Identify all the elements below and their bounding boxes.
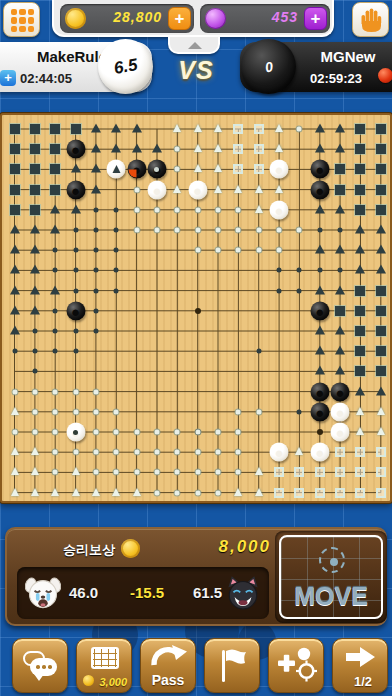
black-influence-dot bbox=[73, 329, 78, 334]
result-panel: 승리보상 8,000 46.0 -15.5 61.5 bbox=[5, 527, 387, 626]
white-stone: ● bbox=[270, 200, 289, 219]
black-influence-triangle bbox=[315, 346, 325, 355]
black-influence-dot bbox=[338, 268, 343, 273]
plus-stone-icon bbox=[277, 647, 317, 685]
black-territory-square bbox=[355, 144, 365, 154]
white-influence-dot bbox=[114, 430, 119, 435]
white-influence-dot bbox=[32, 389, 37, 394]
white-influence-dot bbox=[256, 248, 261, 253]
black-territory-square bbox=[335, 306, 345, 316]
black-stone: ● bbox=[310, 301, 329, 320]
triangle-marker bbox=[112, 165, 120, 173]
black-territory-square bbox=[30, 205, 40, 215]
white-influence-triangle bbox=[255, 205, 263, 213]
black-influence-triangle bbox=[30, 225, 40, 234]
black-territory-square bbox=[355, 306, 365, 316]
white-territory-square bbox=[254, 124, 264, 134]
white-influence-dot bbox=[216, 207, 221, 212]
black-influence-triangle bbox=[315, 144, 325, 153]
white-influence-triangle bbox=[31, 447, 39, 455]
white-influence-dot bbox=[216, 248, 221, 253]
white-influence-triangle bbox=[234, 488, 242, 496]
white-territory-square bbox=[315, 467, 325, 477]
black-influence-triangle bbox=[315, 204, 325, 213]
black-influence-dot bbox=[256, 349, 261, 354]
black-influence-dot bbox=[73, 268, 78, 273]
black-influence-triangle bbox=[355, 245, 365, 254]
black-territory-square bbox=[10, 144, 20, 154]
black-influence-dot bbox=[12, 349, 17, 354]
white-influence-triangle bbox=[194, 164, 202, 172]
black-influence-triangle bbox=[355, 265, 365, 274]
white-influence-triangle bbox=[275, 185, 283, 193]
black-influence-dot bbox=[338, 228, 343, 233]
black-influence-dot bbox=[297, 409, 302, 414]
black-influence-dot bbox=[277, 288, 282, 293]
white-influence-dot bbox=[53, 470, 58, 475]
black-territory-square bbox=[10, 164, 20, 174]
black-influence-triangle bbox=[132, 124, 142, 133]
white-influence-dot bbox=[154, 430, 159, 435]
black-influence-triangle bbox=[91, 124, 101, 133]
white-influence-dot bbox=[195, 490, 200, 495]
black-territory-square bbox=[30, 185, 40, 195]
white-influence-dot bbox=[32, 409, 37, 414]
white-territory-square bbox=[355, 488, 365, 498]
white-influence-triangle bbox=[377, 407, 385, 415]
black-score: 61.5 bbox=[193, 584, 222, 601]
black-territory-square bbox=[376, 124, 386, 134]
white-influence-dot bbox=[175, 147, 180, 152]
white-influence-triangle bbox=[11, 407, 19, 415]
black-influence-triangle bbox=[376, 265, 386, 274]
white-influence-dot bbox=[53, 430, 58, 435]
white-territory-square bbox=[233, 124, 243, 134]
black-influence-triangle bbox=[132, 144, 142, 153]
resign-flag-icon bbox=[218, 648, 248, 684]
dot-marker bbox=[154, 167, 159, 172]
black-influence-triangle bbox=[376, 386, 386, 395]
white-territory-square bbox=[254, 144, 264, 154]
right-arrow-icon bbox=[345, 645, 377, 669]
white-stone: ● bbox=[331, 402, 350, 421]
black-territory-square bbox=[376, 205, 386, 215]
grid-menu-icon bbox=[11, 9, 34, 32]
white-influence-triangle bbox=[214, 185, 222, 193]
white-influence-dot bbox=[216, 470, 221, 475]
white-territory-square bbox=[274, 467, 284, 477]
black-influence-triangle bbox=[315, 366, 325, 375]
white-stone: ● bbox=[310, 443, 329, 462]
white-influence-dot bbox=[114, 470, 119, 475]
black-influence-dot bbox=[53, 308, 58, 313]
reward-amount: 8,000 bbox=[218, 537, 271, 557]
white-influence-dot bbox=[195, 248, 200, 253]
white-territory-square bbox=[376, 467, 386, 477]
black-influence-triangle bbox=[355, 225, 365, 234]
black-influence-triangle bbox=[335, 124, 345, 133]
white-influence-triangle bbox=[11, 447, 19, 455]
gem-balance: 453 + bbox=[200, 4, 330, 33]
white-influence-dot bbox=[277, 248, 282, 253]
black-influence-dot bbox=[73, 349, 78, 354]
black-influence-triangle bbox=[50, 285, 60, 294]
white-influence-dot bbox=[134, 470, 139, 475]
black-territory-square bbox=[10, 124, 20, 134]
white-territory-square bbox=[376, 488, 386, 498]
black-territory-square bbox=[376, 366, 386, 376]
white-influence-triangle bbox=[173, 124, 181, 132]
coin-icon bbox=[121, 539, 140, 558]
gem-amount: 453 bbox=[272, 9, 298, 25]
black-influence-triangle bbox=[91, 144, 101, 153]
white-influence-dot bbox=[73, 409, 78, 414]
black-stone-badge: 0 bbox=[241, 39, 296, 94]
white-influence-dot bbox=[73, 450, 78, 455]
target-point-icon bbox=[319, 547, 345, 573]
menu-button[interactable] bbox=[3, 2, 40, 37]
black-influence-dot bbox=[93, 288, 98, 293]
black-influence-triangle bbox=[30, 265, 40, 274]
black-influence-triangle bbox=[30, 285, 40, 294]
white-influence-dot bbox=[134, 430, 139, 435]
black-influence-triangle bbox=[91, 164, 101, 173]
white-influence-dot bbox=[216, 228, 221, 233]
black-influence-triangle bbox=[315, 326, 325, 335]
move-button[interactable]: MOVE bbox=[279, 535, 383, 619]
black-territory-square bbox=[376, 306, 386, 316]
score-estimate-button[interactable]: 3,000 bbox=[76, 638, 132, 693]
black-stone: ● bbox=[310, 180, 329, 199]
white-influence-triangle bbox=[72, 488, 80, 496]
white-influence-dot bbox=[297, 127, 302, 132]
black-influence-triangle bbox=[111, 144, 121, 153]
white-influence-triangle bbox=[234, 185, 242, 193]
next-page-button[interactable]: 1/2 bbox=[332, 638, 388, 693]
white-influence-triangle bbox=[11, 467, 19, 475]
black-influence-dot bbox=[93, 308, 98, 313]
black-territory-square bbox=[376, 346, 386, 356]
black-influence-dot bbox=[53, 329, 58, 334]
white-territory-square bbox=[233, 164, 243, 174]
white-influence-triangle bbox=[255, 488, 263, 496]
add-gems-button[interactable]: + bbox=[304, 7, 327, 30]
curved-arrow-icon bbox=[150, 644, 188, 666]
white-influence-dot bbox=[175, 450, 180, 455]
hoshi-point bbox=[317, 429, 323, 435]
white-influence-dot bbox=[195, 450, 200, 455]
black-influence-triangle bbox=[315, 285, 325, 294]
white-influence-triangle bbox=[255, 467, 263, 475]
white-influence-dot bbox=[114, 450, 119, 455]
white-stone: ● bbox=[270, 443, 289, 462]
white-influence-dot bbox=[256, 228, 261, 233]
white-influence-triangle bbox=[214, 164, 222, 172]
black-stone-marked: ● bbox=[147, 160, 166, 179]
black-influence-triangle bbox=[50, 225, 60, 234]
black-stone: ● bbox=[331, 382, 350, 401]
white-territory-square bbox=[376, 447, 386, 457]
white-influence-dot bbox=[93, 430, 98, 435]
score-estimate-box: 46.0 -15.5 61.5 bbox=[17, 567, 269, 619]
estimate-cost: 3,000 bbox=[83, 676, 127, 688]
coin-balance: 28,800 + bbox=[60, 4, 194, 33]
white-territory-square bbox=[355, 467, 365, 477]
white-influence-dot bbox=[134, 450, 139, 455]
gem-icon bbox=[205, 8, 226, 29]
white-influence-dot bbox=[93, 450, 98, 455]
black-influence-triangle bbox=[10, 225, 20, 234]
white-territory-square bbox=[274, 488, 284, 498]
black-influence-triangle bbox=[71, 204, 81, 213]
white-influence-dot bbox=[236, 228, 241, 233]
black-influence-triangle bbox=[91, 184, 101, 193]
black-influence-triangle bbox=[335, 285, 345, 294]
white-influence-dot bbox=[236, 409, 241, 414]
white-influence-dot bbox=[236, 470, 241, 475]
black-influence-dot bbox=[73, 288, 78, 293]
black-influence-dot bbox=[114, 268, 119, 273]
white-influence-dot bbox=[256, 409, 261, 414]
black-influence-dot bbox=[32, 349, 37, 354]
white-stone-marked: ● bbox=[107, 160, 126, 179]
black-influence-triangle bbox=[335, 144, 345, 153]
black-territory-square bbox=[30, 124, 40, 134]
black-influence-triangle bbox=[10, 265, 20, 274]
black-stone-last-move: ● bbox=[127, 160, 146, 179]
black-influence-dot bbox=[53, 349, 58, 354]
black-territory-square bbox=[50, 164, 60, 174]
coin-amount: 28,800 bbox=[113, 9, 162, 25]
black-influence-dot bbox=[297, 288, 302, 293]
white-influence-triangle bbox=[275, 124, 283, 132]
black-territory-square bbox=[355, 164, 365, 174]
black-influence-dot bbox=[73, 248, 78, 253]
white-territory-square bbox=[294, 467, 304, 477]
move-button-label: MOVE bbox=[281, 582, 381, 611]
black-influence-triangle bbox=[30, 245, 40, 254]
white-territory-square bbox=[335, 488, 345, 498]
black-influence-dot bbox=[277, 268, 282, 273]
black-influence-dot bbox=[114, 248, 119, 253]
white-score: 46.0 bbox=[69, 584, 98, 601]
white-influence-dot bbox=[32, 430, 37, 435]
white-influence-dot bbox=[216, 490, 221, 495]
white-influence-dot bbox=[277, 228, 282, 233]
white-influence-dot bbox=[114, 409, 119, 414]
black-influence-triangle bbox=[315, 245, 325, 254]
score-difference: -15.5 bbox=[130, 584, 164, 601]
white-influence-triangle bbox=[31, 467, 39, 475]
white-influence-dot bbox=[236, 207, 241, 212]
white-influence-triangle bbox=[377, 427, 385, 435]
white-influence-triangle bbox=[295, 447, 303, 455]
black-influence-triangle bbox=[376, 245, 386, 254]
black-influence-dot bbox=[53, 268, 58, 273]
pass-label: Pass bbox=[141, 672, 195, 688]
laughing-cat-emoji bbox=[225, 575, 261, 611]
white-influence-triangle bbox=[51, 488, 59, 496]
black-influence-triangle bbox=[10, 285, 20, 294]
black-territory-square bbox=[50, 144, 60, 154]
black-influence-dot bbox=[32, 329, 37, 334]
white-stone: ● bbox=[331, 423, 350, 442]
black-influence-dot bbox=[114, 207, 119, 212]
black-territory-square bbox=[376, 286, 386, 296]
black-influence-triangle bbox=[335, 366, 345, 375]
white-influence-dot bbox=[53, 389, 58, 394]
white-stone: ● bbox=[147, 180, 166, 199]
white-stone-marked: ● bbox=[66, 423, 85, 442]
white-influence-triangle bbox=[112, 488, 120, 496]
black-territory-square bbox=[376, 185, 386, 195]
white-stone: ● bbox=[270, 160, 289, 179]
white-influence-dot bbox=[154, 470, 159, 475]
black-stone: ● bbox=[310, 160, 329, 179]
victory-reward-row: 승리보상 8,000 bbox=[21, 537, 271, 561]
black-influence-dot bbox=[297, 268, 302, 273]
white-influence-dot bbox=[154, 228, 159, 233]
white-influence-triangle bbox=[214, 144, 222, 152]
white-territory-square bbox=[335, 467, 345, 477]
white-influence-triangle bbox=[214, 124, 222, 132]
black-territory-square bbox=[355, 124, 365, 134]
white-influence-dot bbox=[236, 450, 241, 455]
resign-button[interactable] bbox=[204, 638, 260, 693]
black-influence-triangle bbox=[71, 164, 81, 173]
black-stone: ● bbox=[310, 402, 329, 421]
black-territory-square bbox=[376, 326, 386, 336]
black-territory-square bbox=[335, 164, 345, 174]
hand-icon bbox=[358, 6, 384, 34]
white-territory-square bbox=[335, 447, 345, 457]
hand-tool-button[interactable] bbox=[352, 2, 389, 37]
black-territory-square bbox=[10, 205, 20, 215]
black-influence-triangle bbox=[335, 346, 345, 355]
white-influence-dot bbox=[195, 207, 200, 212]
black-influence-dot bbox=[93, 207, 98, 212]
black-influence-dot bbox=[93, 248, 98, 253]
black-stone: ● bbox=[310, 382, 329, 401]
hoshi-point bbox=[195, 308, 201, 314]
black-influence-dot bbox=[53, 248, 58, 253]
white-influence-triangle bbox=[255, 185, 263, 193]
black-influence-dot bbox=[317, 268, 322, 273]
black-territory-square bbox=[30, 144, 40, 154]
move-button-frame: MOVE bbox=[275, 531, 387, 623]
dot-marker bbox=[73, 430, 78, 435]
white-influence-dot bbox=[53, 450, 58, 455]
black-influence-triangle bbox=[10, 305, 20, 314]
crying-dog-emoji bbox=[25, 575, 61, 611]
page-indicator: 1/2 bbox=[343, 674, 383, 689]
chat-button[interactable] bbox=[12, 638, 68, 693]
white-influence-dot bbox=[195, 228, 200, 233]
white-influence-dot bbox=[73, 389, 78, 394]
white-influence-dot bbox=[93, 389, 98, 394]
white-influence-triangle bbox=[92, 488, 100, 496]
black-influence-dot bbox=[317, 228, 322, 233]
black-influence-dot bbox=[114, 228, 119, 233]
white-influence-triangle bbox=[173, 185, 181, 193]
go-board[interactable]: ●●●●●●●●●●●●●●●●●●●●● bbox=[0, 113, 392, 503]
black-territory-square bbox=[355, 286, 365, 296]
white-territory-square bbox=[233, 144, 243, 154]
black-territory-square bbox=[30, 164, 40, 174]
white-influence-dot bbox=[175, 490, 180, 495]
black-influence-dot bbox=[73, 228, 78, 233]
black-territory-square bbox=[50, 185, 60, 195]
white-influence-dot bbox=[175, 430, 180, 435]
black-territory-square bbox=[355, 185, 365, 195]
app-root: 28,800 + 453 + MakeRule + 02:44:05 6.5 M… bbox=[0, 0, 392, 696]
white-influence-dot bbox=[175, 470, 180, 475]
white-territory-square bbox=[294, 488, 304, 498]
add-coins-button[interactable]: + bbox=[168, 7, 191, 30]
coin-icon bbox=[65, 8, 86, 29]
black-territory-square bbox=[335, 185, 345, 195]
black-influence-triangle bbox=[335, 204, 345, 213]
black-influence-triangle bbox=[111, 124, 121, 133]
white-influence-dot bbox=[195, 430, 200, 435]
white-influence-triangle bbox=[72, 467, 80, 475]
white-influence-triangle bbox=[31, 488, 39, 496]
collapse-tab[interactable] bbox=[168, 37, 220, 54]
white-influence-dot bbox=[154, 207, 159, 212]
black-influence-dot bbox=[93, 228, 98, 233]
white-territory-square bbox=[254, 164, 264, 174]
chevron-up-icon bbox=[188, 42, 202, 49]
calculator-icon bbox=[91, 647, 119, 669]
black-territory-square bbox=[50, 124, 60, 134]
white-influence-triangle bbox=[133, 488, 141, 496]
white-influence-triangle bbox=[194, 124, 202, 132]
white-influence-dot bbox=[297, 228, 302, 233]
black-influence-triangle bbox=[10, 326, 20, 335]
black-territory-square bbox=[376, 164, 386, 174]
vs-label: VS bbox=[0, 56, 392, 85]
white-influence-dot bbox=[175, 228, 180, 233]
black-influence-triangle bbox=[335, 326, 345, 335]
reward-label: 승리보상 bbox=[63, 541, 115, 559]
black-territory-square bbox=[355, 205, 365, 215]
komi-value: 6.5 bbox=[112, 55, 139, 79]
black-influence-dot bbox=[32, 369, 37, 374]
white-territory-square bbox=[315, 488, 325, 498]
black-influence-triangle bbox=[10, 245, 20, 254]
add-stone-button[interactable] bbox=[268, 638, 324, 693]
black-influence-triangle bbox=[315, 124, 325, 133]
white-influence-dot bbox=[175, 167, 180, 172]
white-influence-dot bbox=[93, 470, 98, 475]
white-influence-triangle bbox=[194, 144, 202, 152]
black-influence-triangle bbox=[30, 305, 40, 314]
black-territory-square bbox=[376, 144, 386, 154]
black-stone: ● bbox=[66, 301, 85, 320]
pass-button[interactable]: Pass bbox=[140, 638, 196, 693]
white-influence-dot bbox=[134, 207, 139, 212]
black-territory-square bbox=[355, 326, 365, 336]
black-stone: ● bbox=[66, 140, 85, 159]
black-influence-dot bbox=[93, 329, 98, 334]
white-influence-dot bbox=[12, 430, 17, 435]
white-influence-dot bbox=[53, 409, 58, 414]
white-stone: ● bbox=[188, 180, 207, 199]
white-stone-badge: 6.5 bbox=[98, 39, 153, 94]
white-influence-triangle bbox=[11, 488, 19, 496]
black-influence-dot bbox=[114, 288, 119, 293]
black-territory-square bbox=[71, 124, 81, 134]
